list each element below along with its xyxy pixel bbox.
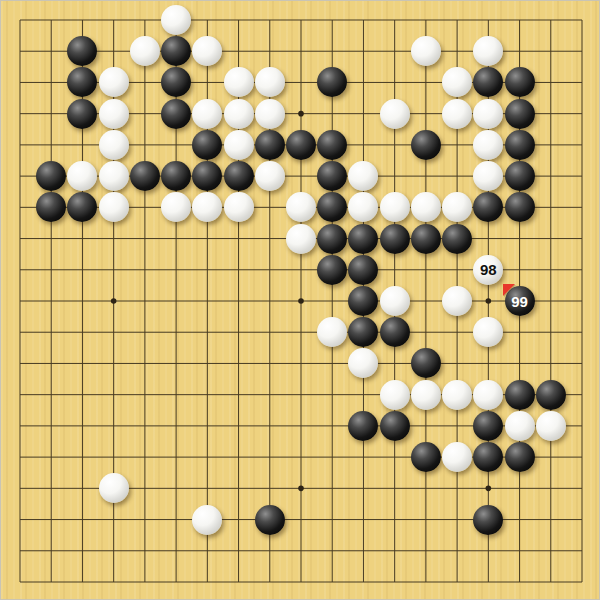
go-stone-white <box>224 99 254 129</box>
star-point <box>298 298 304 304</box>
go-stone-black <box>380 224 410 254</box>
go-stone-white <box>99 67 129 97</box>
go-stone-black <box>255 505 285 535</box>
go-stone-white <box>473 130 503 160</box>
go-stone-white <box>286 224 316 254</box>
go-stone-black <box>224 161 254 191</box>
go-stone-white <box>99 192 129 222</box>
go-stone-black <box>411 130 441 160</box>
go-stone-white <box>99 473 129 503</box>
go-stone-black <box>505 192 535 222</box>
go-stone-black <box>317 255 347 285</box>
go-stone-white <box>161 5 191 35</box>
go-stone-white <box>505 411 535 441</box>
go-stone-white <box>380 192 410 222</box>
go-stone-white <box>411 380 441 410</box>
go-stone-black <box>473 505 503 535</box>
go-stone-black <box>505 380 535 410</box>
go-stone-black <box>161 99 191 129</box>
last-move-marker <box>503 284 515 296</box>
go-stone-white <box>192 505 222 535</box>
go-stone-white: 98 <box>473 255 503 285</box>
go-stone-white <box>224 67 254 97</box>
go-stone-white <box>224 192 254 222</box>
go-stone-black <box>505 99 535 129</box>
go-stone-white <box>130 36 160 66</box>
go-stone-white <box>99 161 129 191</box>
go-stone-black <box>348 224 378 254</box>
go-stone-black <box>442 224 472 254</box>
go-stone-black <box>505 442 535 472</box>
go-stone-black <box>505 161 535 191</box>
go-stone-black <box>255 130 285 160</box>
go-stone-white <box>442 99 472 129</box>
go-stone-white <box>192 99 222 129</box>
star-point <box>486 486 492 492</box>
go-stone-white <box>99 99 129 129</box>
go-stone-black <box>380 411 410 441</box>
go-stone-black <box>536 380 566 410</box>
go-stone-black <box>473 411 503 441</box>
star-point <box>298 111 304 117</box>
go-stone-white <box>99 130 129 160</box>
star-point <box>298 486 304 492</box>
go-stone-white <box>411 36 441 66</box>
go-stone-white <box>380 380 410 410</box>
go-stone-black <box>505 67 535 97</box>
go-stone-black <box>317 224 347 254</box>
go-stone-black <box>286 130 316 160</box>
go-stone-black <box>380 317 410 347</box>
move-number-label: 98 <box>480 262 497 277</box>
go-board[interactable]: 9899 <box>0 0 600 600</box>
go-stone-white <box>380 99 410 129</box>
go-stone-white <box>442 380 472 410</box>
star-point <box>486 298 492 304</box>
go-stone-black <box>411 442 441 472</box>
go-stone-white <box>255 161 285 191</box>
go-stone-white <box>411 192 441 222</box>
go-stone-white <box>255 99 285 129</box>
go-stone-white <box>442 286 472 316</box>
star-point <box>111 298 117 304</box>
go-stone-white <box>473 99 503 129</box>
go-stone-white <box>536 411 566 441</box>
go-stone-black <box>317 130 347 160</box>
go-stone-white <box>380 286 410 316</box>
go-stone-white <box>473 380 503 410</box>
go-stone-black <box>130 161 160 191</box>
go-stone-black <box>67 99 97 129</box>
go-stone-black <box>505 130 535 160</box>
go-stone-black <box>411 224 441 254</box>
go-stone-white <box>224 130 254 160</box>
go-stone-black <box>192 130 222 160</box>
